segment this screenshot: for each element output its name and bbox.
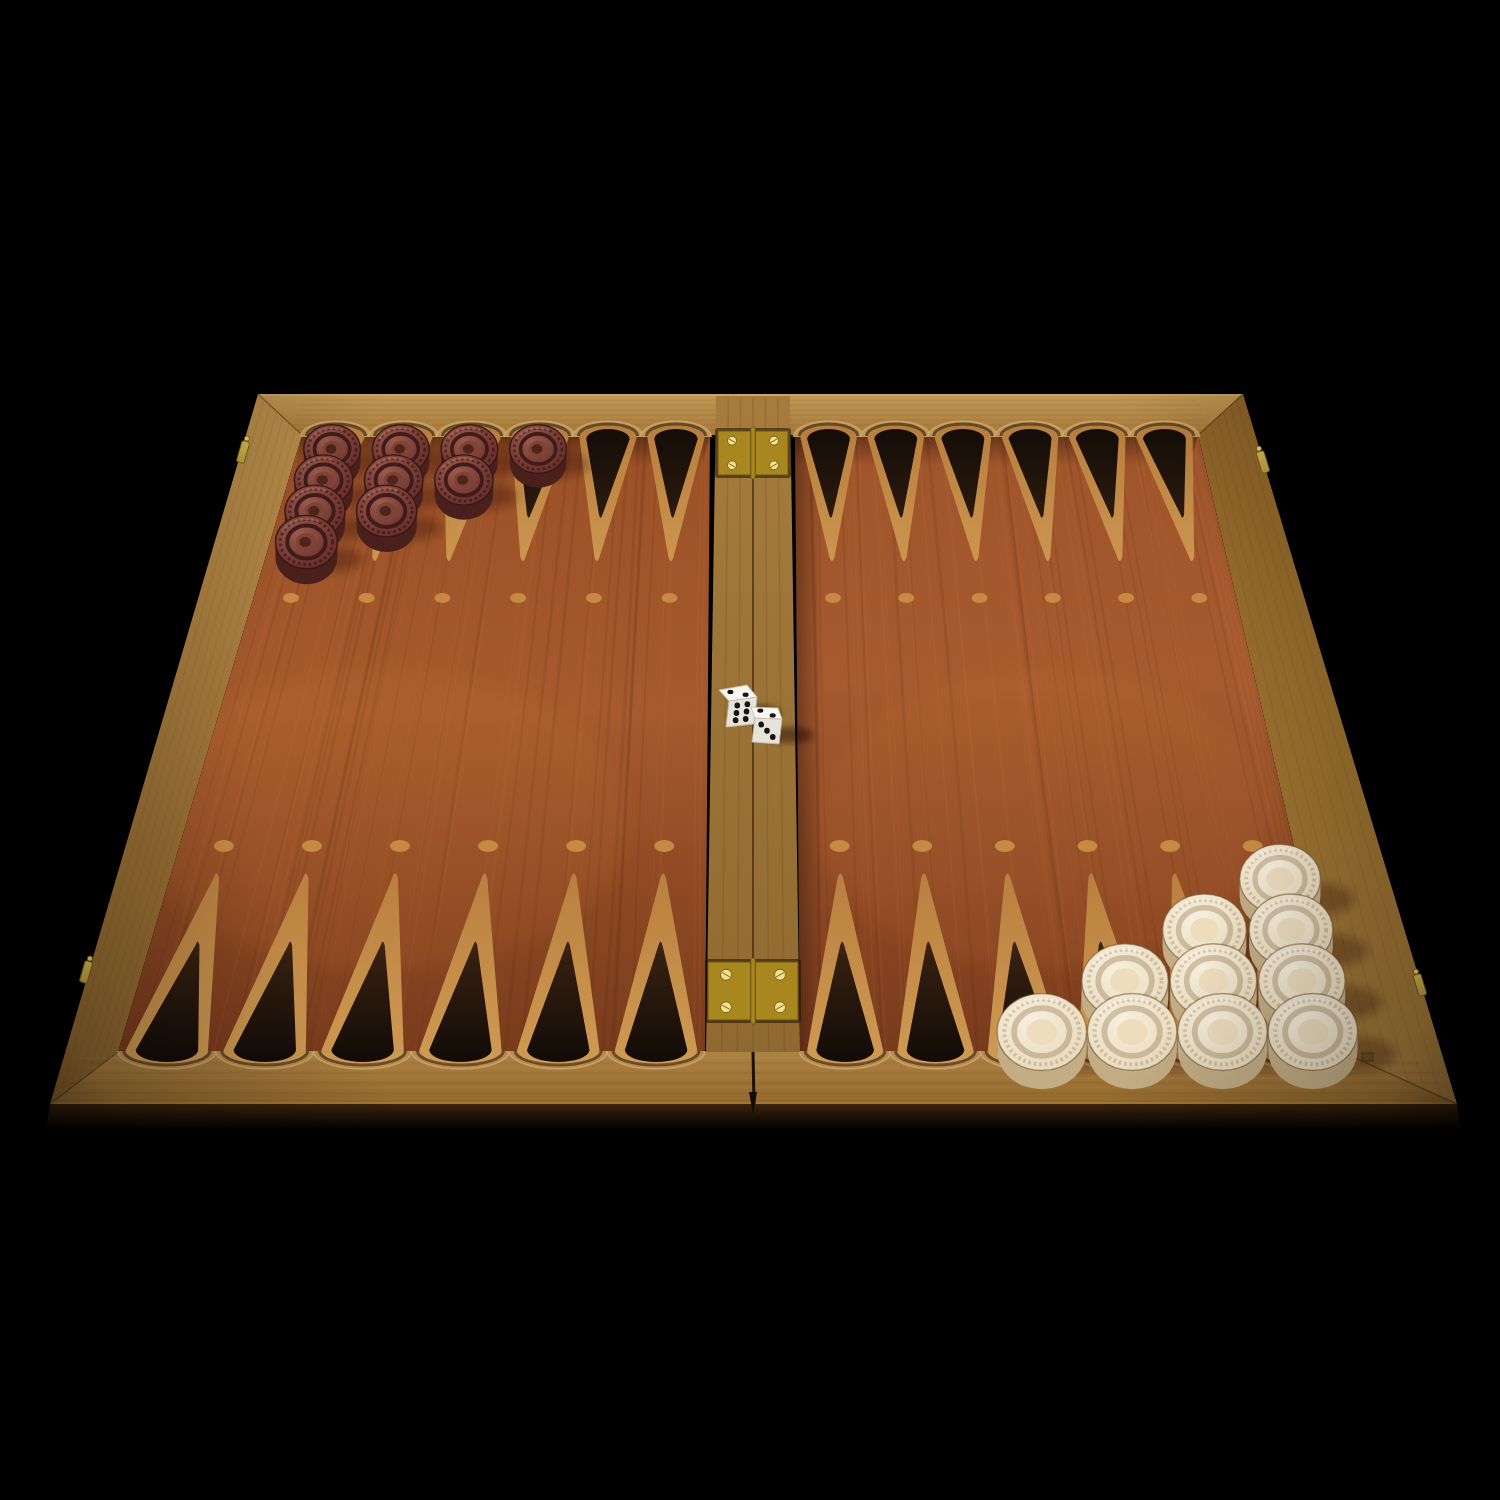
scene-svg: [0, 0, 1500, 1500]
vignette: [0, 0, 1500, 1500]
backgammon-photo: [0, 0, 1500, 1500]
